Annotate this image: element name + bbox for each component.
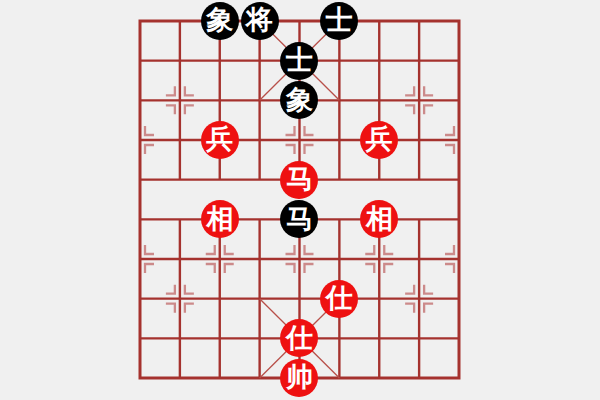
piece-black-advisor[interactable]: 士 [320,2,358,40]
piece-red-soldier[interactable]: 兵 [201,121,239,159]
piece-red-soldier[interactable]: 兵 [360,121,398,159]
piece-red-elephant[interactable]: 相 [201,200,239,238]
piece-black-horse[interactable]: 马 [280,200,318,238]
piece-red-advisor[interactable]: 仕 [280,319,318,357]
piece-red-general[interactable]: 帅 [280,359,318,397]
piece-red-advisor[interactable]: 仕 [320,280,358,318]
pieces-layer: 象将士士象兵兵马相马相仕仕帅 [120,1,479,398]
piece-red-horse[interactable]: 马 [280,161,318,199]
screenshot-root: 象将士士象兵兵马相马相仕仕帅 [0,0,600,400]
xiangqi-board[interactable]: 象将士士象兵兵马相马相仕仕帅 [0,0,600,400]
piece-black-elephant[interactable]: 象 [280,81,318,119]
piece-black-general[interactable]: 将 [241,2,279,40]
piece-red-elephant[interactable]: 相 [360,200,398,238]
piece-black-advisor[interactable]: 士 [280,42,318,80]
piece-black-elephant[interactable]: 象 [201,2,239,40]
